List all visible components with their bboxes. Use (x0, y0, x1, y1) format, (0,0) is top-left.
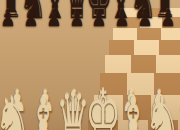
piece-black-pawn-e7[interactable]: ♟ (92, 6, 107, 30)
piece-white-king-e1[interactable]: ♚ (85, 79, 121, 130)
piece-white-rook-h1[interactable]: ♜ (178, 99, 180, 130)
piece-black-pawn-d7[interactable]: ♟ (69, 6, 84, 30)
piece-white-knight-g1[interactable]: ♞ (144, 88, 180, 130)
piece-black-pawn-h7[interactable]: ♟ (160, 6, 175, 30)
piece-black-pawn-f7[interactable]: ♟ (115, 6, 130, 30)
piece-black-pawn-g7[interactable]: ♟ (137, 6, 152, 30)
pieces-layer: ♜♞♝♛♚♝♞♜♟♟♟♟♟♟♟♟♟♟♟♟♟♟♟♟♜♞♝♛♚♝♞♜ (0, 0, 180, 130)
piece-black-pawn-a7[interactable]: ♟ (1, 6, 16, 30)
piece-black-pawn-c7[interactable]: ♟ (46, 6, 61, 30)
piece-white-bishop-c1[interactable]: ♝ (27, 88, 59, 130)
piece-black-pawn-b7[interactable]: ♟ (23, 6, 38, 30)
chessboard-3d: ♜♞♝♛♚♝♞♜♟♟♟♟♟♟♟♟♟♟♟♟♟♟♟♟♜♞♝♛♚♝♞♜ (0, 0, 180, 130)
